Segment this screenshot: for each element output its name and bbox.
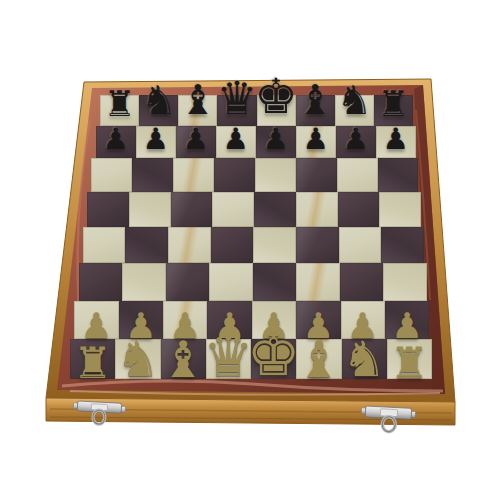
chess-box-base [0,0,500,500]
marble-border [57,85,445,394]
product-photo: ♜♞♝♛♚♝♞♜♟♟♟♟♟♟♟♟♟♟♟♟♟♟♟♟♜♞♝♛♚♝♞♜ [0,0,500,500]
